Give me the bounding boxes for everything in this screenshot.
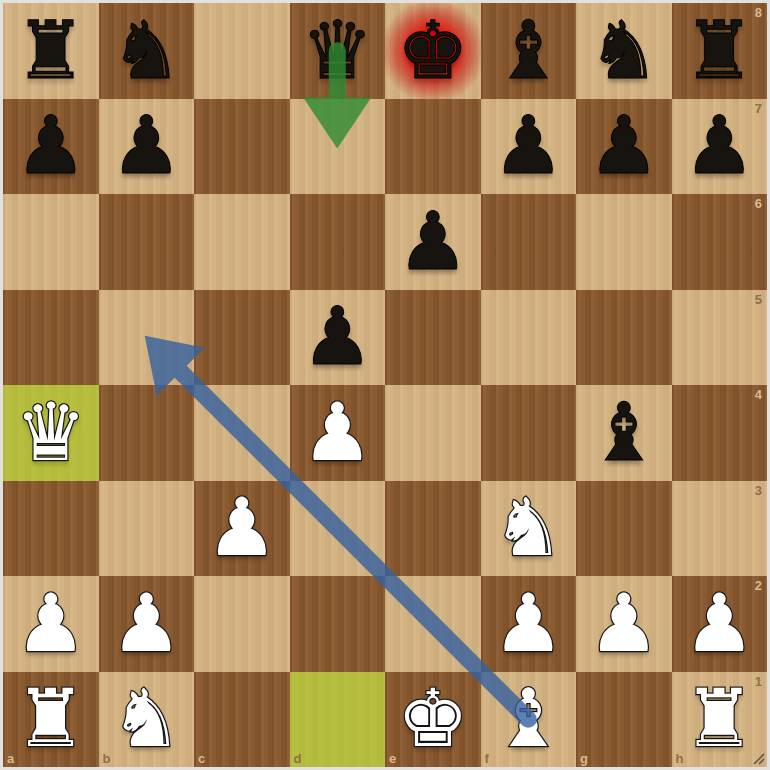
black-rook-a8[interactable]: ♜ bbox=[3, 3, 99, 99]
square-f7[interactable]: ♟ bbox=[481, 99, 577, 195]
black-king-e8[interactable]: ♚ bbox=[385, 3, 481, 99]
white-knight-f3[interactable]: ♞ bbox=[481, 481, 577, 577]
square-g5[interactable] bbox=[576, 290, 672, 386]
square-g7[interactable]: ♟ bbox=[576, 99, 672, 195]
square-g2[interactable]: ♟ bbox=[576, 576, 672, 672]
square-a3[interactable] bbox=[3, 481, 99, 577]
square-a8[interactable]: ♜ bbox=[3, 3, 99, 99]
square-c3[interactable]: ♟ bbox=[194, 481, 290, 577]
square-e7[interactable] bbox=[385, 99, 481, 195]
black-knight-g8[interactable]: ♞ bbox=[576, 3, 672, 99]
white-pawn-f2[interactable]: ♟ bbox=[481, 576, 577, 672]
black-pawn-h7[interactable]: ♟ bbox=[672, 99, 768, 195]
black-rook-h8[interactable]: ♜ bbox=[672, 3, 768, 99]
square-c1[interactable]: c bbox=[194, 672, 290, 768]
square-d7[interactable] bbox=[290, 99, 386, 195]
square-c8[interactable] bbox=[194, 3, 290, 99]
black-pawn-g7[interactable]: ♟ bbox=[576, 99, 672, 195]
square-g6[interactable] bbox=[576, 194, 672, 290]
square-e4[interactable] bbox=[385, 385, 481, 481]
black-pawn-b7[interactable]: ♟ bbox=[99, 99, 195, 195]
square-b4[interactable] bbox=[99, 385, 195, 481]
square-g8[interactable]: ♞ bbox=[576, 3, 672, 99]
square-d5[interactable]: ♟ bbox=[290, 290, 386, 386]
black-queen-d8[interactable]: ♛ bbox=[290, 3, 386, 99]
coord-rank-6: 6 bbox=[755, 196, 762, 211]
square-d3[interactable] bbox=[290, 481, 386, 577]
square-b2[interactable]: ♟ bbox=[99, 576, 195, 672]
square-a1[interactable]: ♜a bbox=[3, 672, 99, 768]
square-d1[interactable]: d bbox=[290, 672, 386, 768]
square-b7[interactable]: ♟ bbox=[99, 99, 195, 195]
square-b3[interactable] bbox=[99, 481, 195, 577]
square-c5[interactable] bbox=[194, 290, 290, 386]
square-f3[interactable]: ♞ bbox=[481, 481, 577, 577]
square-d6[interactable] bbox=[290, 194, 386, 290]
square-h4[interactable]: 4 bbox=[672, 385, 768, 481]
square-b8[interactable]: ♞ bbox=[99, 3, 195, 99]
square-a2[interactable]: ♟ bbox=[3, 576, 99, 672]
square-b1[interactable]: ♞b bbox=[99, 672, 195, 768]
square-b6[interactable] bbox=[99, 194, 195, 290]
square-c7[interactable] bbox=[194, 99, 290, 195]
square-f8[interactable]: ♝ bbox=[481, 3, 577, 99]
coord-rank-4: 4 bbox=[755, 387, 762, 402]
square-h7[interactable]: ♟7 bbox=[672, 99, 768, 195]
square-e1[interactable]: ♚e bbox=[385, 672, 481, 768]
black-bishop-g4[interactable]: ♝ bbox=[576, 385, 672, 481]
square-e5[interactable] bbox=[385, 290, 481, 386]
coord-rank-5: 5 bbox=[755, 292, 762, 307]
square-h3[interactable]: 3 bbox=[672, 481, 768, 577]
square-d4[interactable]: ♟ bbox=[290, 385, 386, 481]
white-pawn-c3[interactable]: ♟ bbox=[194, 481, 290, 577]
black-bishop-f8[interactable]: ♝ bbox=[481, 3, 577, 99]
square-g4[interactable]: ♝ bbox=[576, 385, 672, 481]
white-king-e1[interactable]: ♚ bbox=[385, 672, 481, 768]
last-move-highlight-d1 bbox=[290, 672, 386, 768]
square-g1[interactable]: g bbox=[576, 672, 672, 768]
chess-board-stage: ♜♞♛♚♝♞♜8♟♟♟♟♟7♟6♟5♛♟♝4♟♞3♟♟♟♟♟2♜a♞bcd♚e♝… bbox=[0, 0, 770, 770]
white-pawn-a2[interactable]: ♟ bbox=[3, 576, 99, 672]
black-pawn-d5[interactable]: ♟ bbox=[290, 290, 386, 386]
black-pawn-e6[interactable]: ♟ bbox=[385, 194, 481, 290]
square-h6[interactable]: 6 bbox=[672, 194, 768, 290]
square-h2[interactable]: ♟2 bbox=[672, 576, 768, 672]
square-c4[interactable] bbox=[194, 385, 290, 481]
black-pawn-f7[interactable]: ♟ bbox=[481, 99, 577, 195]
square-f5[interactable] bbox=[481, 290, 577, 386]
coord-file-c: c bbox=[198, 751, 205, 766]
square-e6[interactable]: ♟ bbox=[385, 194, 481, 290]
square-a6[interactable] bbox=[3, 194, 99, 290]
white-pawn-b2[interactable]: ♟ bbox=[99, 576, 195, 672]
square-c2[interactable] bbox=[194, 576, 290, 672]
chess-board: ♜♞♛♚♝♞♜8♟♟♟♟♟7♟6♟5♛♟♝4♟♞3♟♟♟♟♟2♜a♞bcd♚e♝… bbox=[3, 3, 767, 767]
white-pawn-h2[interactable]: ♟ bbox=[672, 576, 768, 672]
square-e3[interactable] bbox=[385, 481, 481, 577]
square-g3[interactable] bbox=[576, 481, 672, 577]
coord-file-g: g bbox=[580, 751, 588, 766]
square-h8[interactable]: ♜8 bbox=[672, 3, 768, 99]
board-resize-handle-icon[interactable] bbox=[750, 750, 766, 766]
white-pawn-d4[interactable]: ♟ bbox=[290, 385, 386, 481]
square-c6[interactable] bbox=[194, 194, 290, 290]
square-f1[interactable]: ♝f bbox=[481, 672, 577, 768]
square-f2[interactable]: ♟ bbox=[481, 576, 577, 672]
white-knight-b1[interactable]: ♞ bbox=[99, 672, 195, 768]
black-pawn-a7[interactable]: ♟ bbox=[3, 99, 99, 195]
square-d8[interactable]: ♛ bbox=[290, 3, 386, 99]
coord-rank-3: 3 bbox=[755, 483, 762, 498]
square-h5[interactable]: 5 bbox=[672, 290, 768, 386]
black-knight-b8[interactable]: ♞ bbox=[99, 3, 195, 99]
square-a5[interactable] bbox=[3, 290, 99, 386]
white-pawn-g2[interactable]: ♟ bbox=[576, 576, 672, 672]
square-e2[interactable] bbox=[385, 576, 481, 672]
square-f6[interactable] bbox=[481, 194, 577, 290]
square-a4[interactable]: ♛ bbox=[3, 385, 99, 481]
square-d2[interactable] bbox=[290, 576, 386, 672]
square-f4[interactable] bbox=[481, 385, 577, 481]
square-e8[interactable]: ♚ bbox=[385, 3, 481, 99]
white-rook-a1[interactable]: ♜ bbox=[3, 672, 99, 768]
square-b5[interactable] bbox=[99, 290, 195, 386]
square-a7[interactable]: ♟ bbox=[3, 99, 99, 195]
white-bishop-f1[interactable]: ♝ bbox=[481, 672, 577, 768]
white-queen-a4[interactable]: ♛ bbox=[3, 385, 99, 481]
